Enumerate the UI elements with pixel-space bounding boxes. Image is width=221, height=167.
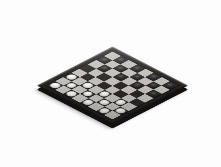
product-photo [0,0,221,167]
board-face [37,47,188,125]
board-grid [47,52,179,120]
